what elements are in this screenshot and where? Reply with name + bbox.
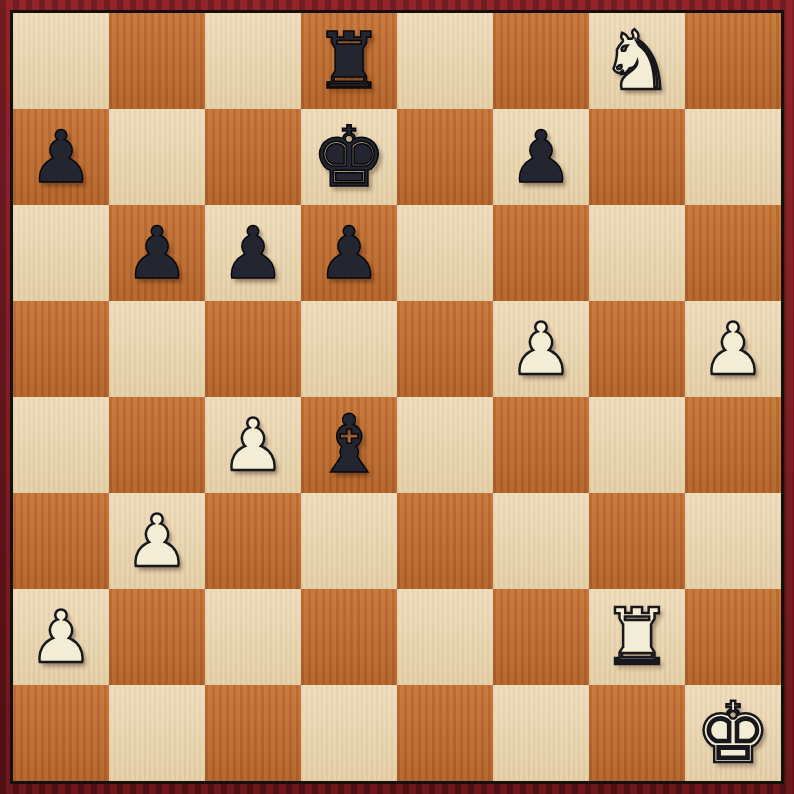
square-g8[interactable]: ♞ bbox=[589, 13, 685, 109]
square-g3[interactable] bbox=[589, 493, 685, 589]
square-d3[interactable] bbox=[301, 493, 397, 589]
black-rook-d8[interactable]: ♜ bbox=[314, 13, 384, 109]
square-b6[interactable]: ♟ bbox=[109, 205, 205, 301]
square-c8[interactable] bbox=[205, 13, 301, 109]
square-c7[interactable] bbox=[205, 109, 301, 205]
white-pawn-c4[interactable]: ♟ bbox=[221, 397, 286, 493]
square-h3[interactable] bbox=[685, 493, 781, 589]
square-a5[interactable] bbox=[13, 301, 109, 397]
square-b4[interactable] bbox=[109, 397, 205, 493]
square-g2[interactable]: ♜ bbox=[589, 589, 685, 685]
square-e1[interactable] bbox=[397, 685, 493, 781]
square-d7[interactable]: ♚ bbox=[301, 109, 397, 205]
square-e2[interactable] bbox=[397, 589, 493, 685]
board-frame: ♜♞♟♚♟♟♟♟♟♟♟♝♟♟♜♚ bbox=[0, 0, 794, 794]
white-pawn-b3[interactable]: ♟ bbox=[125, 493, 190, 589]
square-c1[interactable] bbox=[205, 685, 301, 781]
square-e7[interactable] bbox=[397, 109, 493, 205]
white-pawn-f5[interactable]: ♟ bbox=[509, 301, 574, 397]
white-knight-g8[interactable]: ♞ bbox=[600, 13, 674, 109]
square-d6[interactable]: ♟ bbox=[301, 205, 397, 301]
square-e6[interactable] bbox=[397, 205, 493, 301]
square-h7[interactable] bbox=[685, 109, 781, 205]
square-d4[interactable]: ♝ bbox=[301, 397, 397, 493]
square-f4[interactable] bbox=[493, 397, 589, 493]
square-h4[interactable] bbox=[685, 397, 781, 493]
square-f6[interactable] bbox=[493, 205, 589, 301]
black-bishop-d4[interactable]: ♝ bbox=[313, 397, 385, 493]
black-pawn-f7[interactable]: ♟ bbox=[509, 109, 574, 205]
square-g1[interactable] bbox=[589, 685, 685, 781]
square-f3[interactable] bbox=[493, 493, 589, 589]
square-h6[interactable] bbox=[685, 205, 781, 301]
square-b1[interactable] bbox=[109, 685, 205, 781]
square-e4[interactable] bbox=[397, 397, 493, 493]
square-f1[interactable] bbox=[493, 685, 589, 781]
black-king-d7[interactable]: ♚ bbox=[311, 109, 386, 205]
square-f8[interactable] bbox=[493, 13, 589, 109]
white-king-h1[interactable]: ♚ bbox=[695, 685, 770, 781]
square-a7[interactable]: ♟ bbox=[13, 109, 109, 205]
white-pawn-h5[interactable]: ♟ bbox=[701, 301, 766, 397]
square-g7[interactable] bbox=[589, 109, 685, 205]
square-c3[interactable] bbox=[205, 493, 301, 589]
square-a6[interactable] bbox=[13, 205, 109, 301]
black-pawn-a7[interactable]: ♟ bbox=[29, 109, 94, 205]
square-a1[interactable] bbox=[13, 685, 109, 781]
black-pawn-b6[interactable]: ♟ bbox=[125, 205, 190, 301]
square-b3[interactable]: ♟ bbox=[109, 493, 205, 589]
square-a4[interactable] bbox=[13, 397, 109, 493]
square-b8[interactable] bbox=[109, 13, 205, 109]
square-f7[interactable]: ♟ bbox=[493, 109, 589, 205]
square-d2[interactable] bbox=[301, 589, 397, 685]
white-pawn-a2[interactable]: ♟ bbox=[29, 589, 94, 685]
white-rook-g2[interactable]: ♜ bbox=[602, 589, 672, 685]
square-c4[interactable]: ♟ bbox=[205, 397, 301, 493]
square-b7[interactable] bbox=[109, 109, 205, 205]
square-a3[interactable] bbox=[13, 493, 109, 589]
square-d1[interactable] bbox=[301, 685, 397, 781]
chess-board: ♜♞♟♚♟♟♟♟♟♟♟♝♟♟♜♚ bbox=[13, 13, 781, 781]
square-f5[interactable]: ♟ bbox=[493, 301, 589, 397]
square-h5[interactable]: ♟ bbox=[685, 301, 781, 397]
square-b2[interactable] bbox=[109, 589, 205, 685]
square-c2[interactable] bbox=[205, 589, 301, 685]
square-e5[interactable] bbox=[397, 301, 493, 397]
square-g6[interactable] bbox=[589, 205, 685, 301]
black-pawn-c6[interactable]: ♟ bbox=[221, 205, 286, 301]
square-h2[interactable] bbox=[685, 589, 781, 685]
square-c5[interactable] bbox=[205, 301, 301, 397]
square-g5[interactable] bbox=[589, 301, 685, 397]
square-d5[interactable] bbox=[301, 301, 397, 397]
square-c6[interactable]: ♟ bbox=[205, 205, 301, 301]
board-inner-line: ♜♞♟♚♟♟♟♟♟♟♟♝♟♟♜♚ bbox=[10, 10, 784, 784]
square-e8[interactable] bbox=[397, 13, 493, 109]
square-f2[interactable] bbox=[493, 589, 589, 685]
square-g4[interactable] bbox=[589, 397, 685, 493]
square-b5[interactable] bbox=[109, 301, 205, 397]
square-e3[interactable] bbox=[397, 493, 493, 589]
square-h1[interactable]: ♚ bbox=[685, 685, 781, 781]
square-h8[interactable] bbox=[685, 13, 781, 109]
black-pawn-d6[interactable]: ♟ bbox=[317, 205, 382, 301]
square-d8[interactable]: ♜ bbox=[301, 13, 397, 109]
square-a2[interactable]: ♟ bbox=[13, 589, 109, 685]
square-a8[interactable] bbox=[13, 13, 109, 109]
